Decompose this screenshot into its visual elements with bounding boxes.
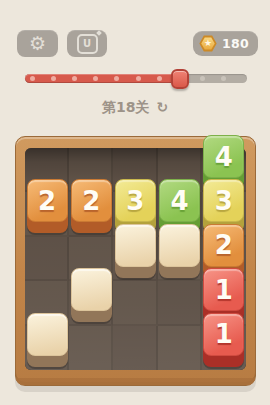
progress-dot-filled [51, 76, 56, 81]
shop-bag-handle: U [83, 37, 91, 48]
block-face: 2 [27, 179, 68, 222]
block-face: 2 [203, 224, 244, 267]
blank-block [115, 224, 156, 267]
block-face: 4 [203, 135, 244, 178]
tile-3[interactable]: 3 [203, 179, 244, 222]
coin-icon: ★ [199, 35, 217, 52]
blank-block [27, 313, 68, 356]
progress-dot-empty [221, 76, 226, 81]
block-face: 1 [203, 268, 244, 311]
board-blocks-layer: 422343211 [25, 148, 246, 370]
shop-button[interactable]: U [67, 30, 107, 57]
star-icon: ★ [204, 39, 212, 48]
progress-dot-filled [157, 76, 162, 81]
coin-balance-badge[interactable]: ★ 180 [193, 31, 258, 56]
block-face [27, 313, 68, 356]
block-face: 3 [115, 179, 156, 222]
app-screen: ⚙ U ★ 180 第18关 ↻ 422343211 [0, 0, 270, 405]
tile-1[interactable]: 1 [203, 313, 244, 356]
settings-button[interactable]: ⚙ [17, 30, 58, 57]
block-face: 2 [71, 179, 112, 222]
tile-2[interactable]: 2 [27, 179, 68, 222]
level-progress-bar [25, 74, 247, 83]
coin-count: 180 [222, 36, 249, 51]
progress-dot-filled [30, 76, 35, 81]
tile-4[interactable]: 4 [203, 135, 244, 178]
tile-2[interactable]: 2 [71, 179, 112, 222]
progress-dot-empty [200, 76, 205, 81]
block-face [71, 268, 112, 311]
level-row: 第18关 ↻ [0, 99, 270, 117]
game-board: 422343211 [15, 136, 256, 386]
block-face: 1 [203, 313, 244, 356]
tile-1[interactable]: 1 [203, 268, 244, 311]
tile-4[interactable]: 4 [159, 179, 200, 222]
blank-block [71, 268, 112, 311]
gear-icon: ⚙ [29, 34, 46, 53]
block-face: 4 [159, 179, 200, 222]
progress-dot-filled [136, 76, 141, 81]
progress-handle [171, 69, 189, 89]
block-face [115, 224, 156, 267]
sparkle-icon [96, 30, 102, 36]
tile-2[interactable]: 2 [203, 224, 244, 267]
level-label: 第18关 [102, 99, 149, 117]
blank-block [159, 224, 200, 267]
block-face [159, 224, 200, 267]
tile-3[interactable]: 3 [115, 179, 156, 222]
refresh-icon[interactable]: ↻ [156, 100, 168, 114]
block-face: 3 [203, 179, 244, 222]
progress-dot-filled [72, 76, 77, 81]
shop-bag-icon: U [77, 34, 98, 54]
